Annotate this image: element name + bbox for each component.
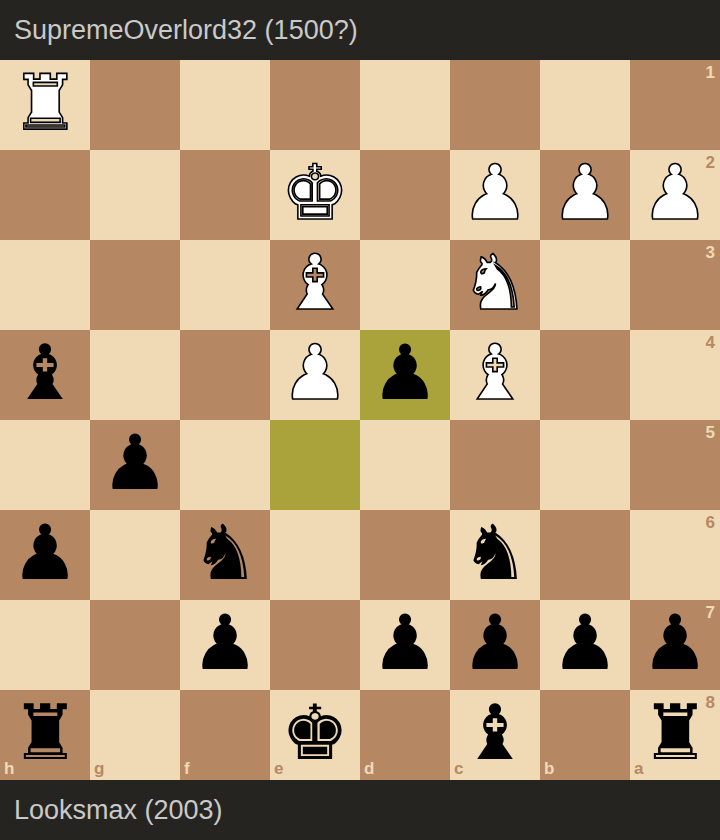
square-g4[interactable] — [90, 330, 180, 420]
square-h6[interactable]: ♟ — [0, 510, 90, 600]
square-f5[interactable] — [180, 420, 270, 510]
black-pawn[interactable]: ♟ — [630, 598, 720, 688]
square-g6[interactable] — [90, 510, 180, 600]
square-d5[interactable] — [360, 420, 450, 510]
square-a5[interactable]: 5 — [630, 420, 720, 510]
square-e8[interactable]: ♚e — [270, 690, 360, 780]
file-label-g: g — [94, 760, 104, 777]
square-g1[interactable] — [90, 60, 180, 150]
chess-board: ♜1♚♟♟♟2♝♞3♝♟♟♝4♟5♟♞♞6♟♟♟♟♟7♜hgf♚ed♝cb♜8a — [0, 60, 720, 780]
square-f3[interactable] — [180, 240, 270, 330]
square-h8[interactable]: ♜h — [0, 690, 90, 780]
square-e6[interactable] — [270, 510, 360, 600]
square-h4[interactable]: ♝ — [0, 330, 90, 420]
square-h1[interactable]: ♜ — [0, 60, 90, 150]
black-pawn[interactable]: ♟ — [540, 598, 630, 688]
black-bishop[interactable]: ♝ — [450, 688, 540, 778]
file-label-b: b — [544, 760, 554, 777]
square-e5[interactable] — [270, 420, 360, 510]
square-f6[interactable]: ♞ — [180, 510, 270, 600]
square-d2[interactable] — [360, 150, 450, 240]
black-pawn[interactable]: ♟ — [90, 418, 180, 508]
square-c5[interactable] — [450, 420, 540, 510]
white-knight[interactable]: ♞ — [450, 238, 540, 328]
square-b6[interactable] — [540, 510, 630, 600]
square-b1[interactable] — [540, 60, 630, 150]
black-rook[interactable]: ♜ — [630, 688, 720, 778]
square-f8[interactable]: f — [180, 690, 270, 780]
square-e7[interactable] — [270, 600, 360, 690]
black-pawn[interactable]: ♟ — [180, 598, 270, 688]
white-pawn[interactable]: ♟ — [450, 148, 540, 238]
square-f4[interactable] — [180, 330, 270, 420]
square-d4[interactable]: ♟ — [360, 330, 450, 420]
square-b7[interactable]: ♟ — [540, 600, 630, 690]
square-e1[interactable] — [270, 60, 360, 150]
square-h5[interactable] — [0, 420, 90, 510]
square-d6[interactable] — [360, 510, 450, 600]
square-a2[interactable]: ♟2 — [630, 150, 720, 240]
square-a7[interactable]: ♟7 — [630, 600, 720, 690]
square-b3[interactable] — [540, 240, 630, 330]
square-a3[interactable]: 3 — [630, 240, 720, 330]
file-label-d: d — [364, 760, 374, 777]
square-a4[interactable]: 4 — [630, 330, 720, 420]
square-g5[interactable]: ♟ — [90, 420, 180, 510]
white-bishop[interactable]: ♝ — [270, 238, 360, 328]
square-c7[interactable]: ♟ — [450, 600, 540, 690]
square-e3[interactable]: ♝ — [270, 240, 360, 330]
white-bishop[interactable]: ♝ — [450, 328, 540, 418]
square-e4[interactable]: ♟ — [270, 330, 360, 420]
square-c4[interactable]: ♝ — [450, 330, 540, 420]
black-pawn[interactable]: ♟ — [360, 328, 450, 418]
square-a1[interactable]: 1 — [630, 60, 720, 150]
square-d1[interactable] — [360, 60, 450, 150]
square-d3[interactable] — [360, 240, 450, 330]
square-f7[interactable]: ♟ — [180, 600, 270, 690]
square-f2[interactable] — [180, 150, 270, 240]
square-g8[interactable]: g — [90, 690, 180, 780]
rank-label-3: 3 — [706, 244, 715, 261]
square-h7[interactable] — [0, 600, 90, 690]
top-player-bar: SupremeOverlord32 (1500?) — [0, 0, 720, 60]
black-pawn[interactable]: ♟ — [450, 598, 540, 688]
black-pawn[interactable]: ♟ — [0, 508, 90, 598]
square-h3[interactable] — [0, 240, 90, 330]
square-a6[interactable]: 6 — [630, 510, 720, 600]
square-c1[interactable] — [450, 60, 540, 150]
square-c8[interactable]: ♝c — [450, 690, 540, 780]
square-c3[interactable]: ♞ — [450, 240, 540, 330]
square-d7[interactable]: ♟ — [360, 600, 450, 690]
white-rook[interactable]: ♜ — [0, 58, 90, 148]
square-g7[interactable] — [90, 600, 180, 690]
square-a8[interactable]: ♜8a — [630, 690, 720, 780]
black-rook[interactable]: ♜ — [0, 688, 90, 778]
white-king[interactable]: ♚ — [270, 148, 360, 238]
square-c6[interactable]: ♞ — [450, 510, 540, 600]
square-h2[interactable] — [0, 150, 90, 240]
square-g2[interactable] — [90, 150, 180, 240]
square-b5[interactable] — [540, 420, 630, 510]
bottom-player-name: Looksmax (2003) — [14, 795, 223, 826]
square-c2[interactable]: ♟ — [450, 150, 540, 240]
square-b4[interactable] — [540, 330, 630, 420]
square-e2[interactable]: ♚ — [270, 150, 360, 240]
rank-label-4: 4 — [706, 334, 715, 351]
black-knight[interactable]: ♞ — [180, 508, 270, 598]
white-pawn[interactable]: ♟ — [540, 148, 630, 238]
top-player-name: SupremeOverlord32 (1500?) — [14, 15, 358, 46]
black-bishop[interactable]: ♝ — [0, 328, 90, 418]
square-b2[interactable]: ♟ — [540, 150, 630, 240]
rank-label-6: 6 — [706, 514, 715, 531]
black-knight[interactable]: ♞ — [450, 508, 540, 598]
square-d8[interactable]: d — [360, 690, 450, 780]
square-f1[interactable] — [180, 60, 270, 150]
square-g3[interactable] — [90, 240, 180, 330]
white-pawn[interactable]: ♟ — [630, 148, 720, 238]
rank-label-1: 1 — [706, 64, 715, 81]
square-b8[interactable]: b — [540, 690, 630, 780]
rank-label-5: 5 — [706, 424, 715, 441]
file-label-f: f — [184, 760, 190, 777]
bottom-player-bar: Looksmax (2003) — [0, 780, 720, 840]
black-pawn[interactable]: ♟ — [360, 598, 450, 688]
black-king[interactable]: ♚ — [270, 688, 360, 778]
white-pawn[interactable]: ♟ — [270, 328, 360, 418]
